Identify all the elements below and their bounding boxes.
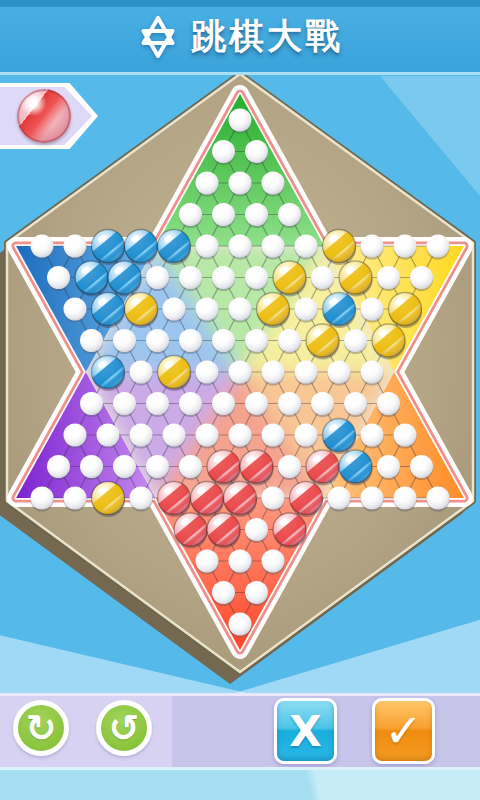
confirm-check-icon: ✓ [384,704,423,758]
hole-r13-c1[interactable] [31,487,54,510]
hole-r11-c4[interactable] [163,424,186,447]
hole-r12-c8[interactable] [278,455,301,478]
hole-r5-c7[interactable] [229,235,252,258]
app-screen: 跳棋大戰 ↻ ↺ X ✓ [0,0,480,800]
hole-r9-c8[interactable] [328,361,351,384]
hole-r6-c11[interactable] [377,266,400,289]
undo-button[interactable]: ↻ [13,700,69,756]
hole-r9-c5[interactable] [229,361,252,384]
app-title: 跳棋大戰 [191,13,343,60]
hole-r9-c2[interactable] [130,361,153,384]
hole-r11-c8[interactable] [295,424,318,447]
hole-r6-c4[interactable] [146,266,169,289]
redo-icon: ↺ [108,710,139,747]
hole-r5-c8[interactable] [262,235,285,258]
hole-r9-c7[interactable] [295,361,318,384]
hole-r8-c7[interactable] [278,329,301,352]
header-bar: 跳棋大戰 [0,0,480,75]
turn-marble-red [17,89,71,143]
hole-r8-c3[interactable] [146,329,169,352]
hole-r7-c6[interactable] [229,298,252,321]
hole-r3-c1[interactable] [196,172,219,195]
turn-indicator-badge [0,83,98,149]
hole-r2-c2[interactable] [245,140,268,163]
hole-r10-c4[interactable] [179,392,202,415]
hole-r6-c1[interactable] [47,266,70,289]
hole-r13-c8[interactable] [262,487,285,510]
hole-r12-c11[interactable] [377,455,400,478]
hole-r11-c3[interactable] [130,424,153,447]
hole-r8-c1[interactable] [80,329,103,352]
hole-r10-c2[interactable] [113,392,136,415]
hole-r13-c12[interactable] [394,487,417,510]
hole-r12-c2[interactable] [80,455,103,478]
hole-r10-c6[interactable] [245,392,268,415]
hole-r7-c5[interactable] [196,298,219,321]
hole-r13-c4[interactable] [130,487,153,510]
hole-r3-c2[interactable] [229,172,252,195]
hole-r7-c10[interactable] [361,298,384,321]
hole-r9-c6[interactable] [262,361,285,384]
hole-r7-c8[interactable] [295,298,318,321]
hole-r11-c2[interactable] [97,424,120,447]
hole-r10-c9[interactable] [344,392,367,415]
hole-r15-c1[interactable] [196,550,219,573]
hole-r9-c4[interactable] [196,361,219,384]
hole-r11-c11[interactable] [394,424,417,447]
hole-r6-c5[interactable] [179,266,202,289]
hole-r6-c12[interactable] [410,266,433,289]
hole-r8-c4[interactable] [179,329,202,352]
hole-r10-c3[interactable] [146,392,169,415]
cancel-x-icon: X [289,707,321,756]
hole-r10-c8[interactable] [311,392,334,415]
hole-r5-c6[interactable] [196,235,219,258]
hole-r5-c12[interactable] [394,235,417,258]
hole-r15-c3[interactable] [262,550,285,573]
hole-r13-c2[interactable] [64,487,87,510]
hole-r2-c1[interactable] [212,140,235,163]
hole-r11-c7[interactable] [262,424,285,447]
bottom-toolbar: ↻ ↺ X ✓ [0,693,480,767]
hole-r12-c4[interactable] [146,455,169,478]
hole-r7-c4[interactable] [163,298,186,321]
hole-r11-c10[interactable] [361,424,384,447]
hole-r17-c1[interactable] [229,613,252,636]
bottom-strip [0,767,480,800]
hole-r5-c1[interactable] [31,235,54,258]
hole-r8-c5[interactable] [212,329,235,352]
hole-r16-c1[interactable] [212,581,235,604]
hole-r14-c3[interactable] [245,518,268,541]
hole-r13-c10[interactable] [328,487,351,510]
hole-r8-c9[interactable] [344,329,367,352]
hole-r7-c1[interactable] [64,298,87,321]
undo-icon: ↻ [25,710,56,747]
hole-r4-c1[interactable] [179,203,202,226]
hole-r4-c4[interactable] [278,203,301,226]
hole-r16-c2[interactable] [245,581,268,604]
hole-r8-c6[interactable] [245,329,268,352]
hole-r4-c2[interactable] [212,203,235,226]
hole-r11-c5[interactable] [196,424,219,447]
cancel-button[interactable]: X [274,698,337,764]
hole-r8-c2[interactable] [113,329,136,352]
hole-r10-c1[interactable] [80,392,103,415]
hole-r12-c3[interactable] [113,455,136,478]
hole-r11-c6[interactable] [229,424,252,447]
hole-r12-c1[interactable] [47,455,70,478]
hole-r13-c11[interactable] [361,487,384,510]
hole-r10-c10[interactable] [377,392,400,415]
hole-r3-c3[interactable] [262,172,285,195]
hole-r1-c1[interactable] [229,109,252,132]
hole-r10-c5[interactable] [212,392,235,415]
hexagram-star-icon [137,15,179,59]
hole-r12-c12[interactable] [410,455,433,478]
confirm-button[interactable]: ✓ [372,698,435,764]
hole-r15-c2[interactable] [229,550,252,573]
hole-r6-c7[interactable] [245,266,268,289]
hole-r13-c13[interactable] [427,487,450,510]
hole-r11-c1[interactable] [64,424,87,447]
redo-button[interactable]: ↺ [96,700,152,756]
hole-r6-c6[interactable] [212,266,235,289]
hole-r5-c13[interactable] [427,235,450,258]
hole-r6-c9[interactable] [311,266,334,289]
hole-r5-c11[interactable] [361,235,384,258]
hole-r5-c2[interactable] [64,235,87,258]
hole-r12-c5[interactable] [179,455,202,478]
hole-r5-c9[interactable] [295,235,318,258]
hole-r4-c3[interactable] [245,203,268,226]
hole-r9-c9[interactable] [361,361,384,384]
hole-r10-c7[interactable] [278,392,301,415]
